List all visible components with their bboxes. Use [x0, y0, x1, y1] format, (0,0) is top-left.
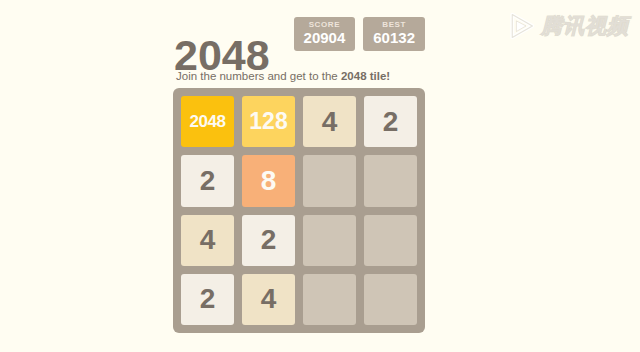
- tile-4-r4c2: 4: [242, 274, 295, 325]
- best-value: 60132: [373, 30, 415, 47]
- tile-8-r2c2: 8: [242, 155, 295, 206]
- score-box: SCORE 20904: [294, 17, 356, 51]
- empty-cell-r4c4: [364, 274, 417, 325]
- empty-cell-r3c4: [364, 215, 417, 266]
- video-watermark: 腾讯视频: [504, 9, 629, 42]
- game-screen: 2048 SCORE 20904 BEST 60132 Join the num…: [0, 0, 640, 352]
- tile-2048-r1c1: 2048: [181, 96, 234, 147]
- instructions-goal: 2048 tile!: [341, 70, 390, 82]
- board-grid[interactable]: 204812842284224: [173, 88, 425, 333]
- tile-4-r3c1: 4: [181, 215, 234, 266]
- empty-cell-r2c3: [303, 155, 356, 206]
- tile-128-r1c2: 128: [242, 96, 295, 147]
- empty-cell-r2c4: [364, 155, 417, 206]
- tile-2-r3c2: 2: [242, 215, 295, 266]
- game-instructions: Join the numbers and get to the 2048 til…: [176, 69, 390, 84]
- empty-cell-r3c3: [303, 215, 356, 266]
- score-value: 20904: [304, 30, 346, 47]
- empty-cell-r4c3: [303, 274, 356, 325]
- tile-2-r4c1: 2: [181, 274, 234, 325]
- instructions-text: Join the numbers and get to the: [176, 70, 341, 82]
- play-icon: [504, 9, 537, 42]
- tile-2-r1c4: 2: [364, 96, 417, 147]
- best-box: BEST 60132: [363, 17, 425, 51]
- tile-4-r1c3: 4: [303, 96, 356, 147]
- tile-2-r2c1: 2: [181, 155, 234, 206]
- watermark-brand-text: 腾讯视频: [541, 9, 629, 42]
- score-panel: SCORE 20904 BEST 60132: [173, 17, 425, 51]
